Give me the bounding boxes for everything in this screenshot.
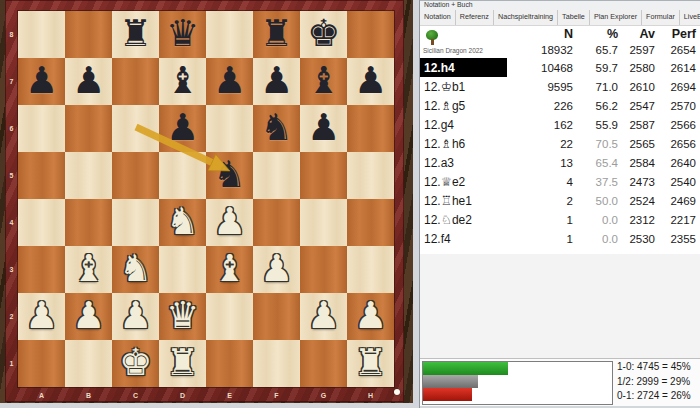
black-pawn-f7[interactable]: ♟ <box>253 58 300 105</box>
square-g3[interactable] <box>300 246 347 293</box>
square-h2[interactable]: ♟ <box>347 293 394 340</box>
square-h4[interactable] <box>347 199 394 246</box>
move-perf: 2566 <box>657 115 698 134</box>
square-a8[interactable] <box>18 11 65 58</box>
move-perf: 2570 <box>657 96 698 115</box>
move-n: 1 <box>507 229 575 248</box>
white-bishop-e3[interactable]: ♝ <box>206 246 253 293</box>
move-perf: 2640 <box>657 153 698 172</box>
white-pawn-b2[interactable]: ♟ <box>65 293 112 340</box>
chess-board[interactable]: ♜♛♜♚♟♟♝♟♟♝♟♟♞♟♞♞♟♝♞♝♟♟♟♟♛♟♟♚♜♜ <box>18 11 394 387</box>
square-d3[interactable] <box>159 246 206 293</box>
square-f6[interactable]: ♞ <box>253 105 300 152</box>
white-knight-d4[interactable]: ♞ <box>159 199 206 246</box>
book-move-a3[interactable]: 12.a3 <box>420 153 507 172</box>
figurine-icon: ♘ <box>441 212 452 227</box>
square-f7[interactable]: ♟ <box>253 58 300 105</box>
move-av: 2584 <box>620 153 657 172</box>
move-av: 2547 <box>620 96 657 115</box>
square-b4[interactable] <box>65 199 112 246</box>
move-n: 1 <box>507 210 575 229</box>
figurine-icon: ♔ <box>441 79 452 94</box>
tab-notation[interactable]: Notation <box>420 10 456 25</box>
white-to-move-indicator <box>394 389 400 395</box>
summary-n: 18932 <box>507 41 575 58</box>
black-bishop-g7[interactable]: ♝ <box>300 58 347 105</box>
square-h8[interactable] <box>347 11 394 58</box>
black-queen-d8[interactable]: ♛ <box>159 11 206 58</box>
result-bar-1-0 <box>423 362 508 375</box>
square-h1[interactable]: ♜ <box>347 340 394 387</box>
square-e4[interactable]: ♟ <box>206 199 253 246</box>
figurine-icon: ♗ <box>441 98 452 113</box>
square-c8[interactable]: ♜ <box>112 11 159 58</box>
result-line-0-1: 0-1: 2724 = 26% <box>617 389 699 404</box>
move-av: 2610 <box>620 77 657 96</box>
move-pct: 37.5 <box>575 172 620 191</box>
white-pawn-g2[interactable]: ♟ <box>300 293 347 340</box>
square-c3[interactable]: ♞ <box>112 246 159 293</box>
square-f2[interactable] <box>253 293 300 340</box>
square-h5[interactable] <box>347 152 394 199</box>
move-pct: 0.0 <box>575 210 620 229</box>
square-g1[interactable] <box>300 340 347 387</box>
book-content: Sicilian Dragon 2022 N%AvPerf1893265.725… <box>420 26 700 408</box>
square-b3[interactable]: ♝ <box>65 246 112 293</box>
move-av: 2524 <box>620 191 657 210</box>
move-pct: 59.7 <box>575 58 620 77</box>
square-f3[interactable]: ♟ <box>253 246 300 293</box>
rank-label-7: 7 <box>6 58 17 105</box>
tab-plan-explorer[interactable]: Plan Explorer <box>590 10 642 25</box>
figurine-icon: ♕ <box>441 174 452 189</box>
white-rook-h1[interactable]: ♜ <box>347 340 394 387</box>
square-g2[interactable]: ♟ <box>300 293 347 340</box>
square-e6[interactable] <box>206 105 253 152</box>
square-c6[interactable] <box>112 105 159 152</box>
square-c2[interactable]: ♟ <box>112 293 159 340</box>
move-pct: 71.0 <box>575 77 620 96</box>
rank-label-2: 2 <box>6 293 17 340</box>
book-move-e2[interactable]: 12.♕e2 <box>420 172 507 191</box>
file-label-E: E <box>206 390 253 402</box>
move-av: 2587 <box>620 115 657 134</box>
square-d4[interactable]: ♞ <box>159 199 206 246</box>
square-c1[interactable]: ♚ <box>112 340 159 387</box>
file-label-C: C <box>112 390 159 402</box>
book-move-h4[interactable]: 12.h4 <box>420 58 507 77</box>
white-pawn-f3[interactable]: ♟ <box>253 246 300 293</box>
square-d6[interactable]: ♟ <box>159 105 206 152</box>
square-b7[interactable]: ♟ <box>65 58 112 105</box>
rank-label-5: 5 <box>6 152 17 199</box>
move-av: 2580 <box>620 58 657 77</box>
square-g8[interactable]: ♚ <box>300 11 347 58</box>
square-d5[interactable] <box>159 152 206 199</box>
move-av: 2312 <box>620 210 657 229</box>
square-f5[interactable] <box>253 152 300 199</box>
white-bishop-b3[interactable]: ♝ <box>65 246 112 293</box>
book-move-b1[interactable]: 12.♔b1 <box>420 77 507 96</box>
move-pct: 0.0 <box>575 229 620 248</box>
move-perf: 2656 <box>657 134 698 153</box>
black-rook-c8[interactable]: ♜ <box>112 11 159 58</box>
square-f8[interactable]: ♜ <box>253 11 300 58</box>
square-g6[interactable]: ♟ <box>300 105 347 152</box>
column-header-pct[interactable]: % <box>575 27 620 41</box>
square-g7[interactable]: ♝ <box>300 58 347 105</box>
square-f4[interactable] <box>253 199 300 246</box>
summary-perf: 2654 <box>657 41 698 58</box>
square-a4[interactable] <box>18 199 65 246</box>
chess-app-window: ♜♛♜♚♟♟♝♟♟♝♟♟♞♟♞♞♟♝♞♝♟♟♟♟♛♟♟♚♜♜ 87654321A… <box>0 0 700 408</box>
white-knight-c3[interactable]: ♞ <box>112 246 159 293</box>
move-n: 162 <box>507 115 575 134</box>
rank-label-6: 6 <box>6 105 17 152</box>
move-n: 4 <box>507 172 575 191</box>
black-bishop-d7[interactable]: ♝ <box>159 58 206 105</box>
white-queen-d2[interactable]: ♛ <box>159 293 206 340</box>
tab-tabelle[interactable]: Tabelle <box>558 10 590 25</box>
move-n: 13 <box>507 153 575 172</box>
move-pct: 56.2 <box>575 96 620 115</box>
book-move-f4[interactable]: 12.f4 <box>420 229 507 248</box>
move-pct: 70.5 <box>575 134 620 153</box>
file-label-G: G <box>300 390 347 402</box>
result-line-1-0: 1-0: 4745 = 45% <box>617 360 699 375</box>
black-pawn-e7[interactable]: ♟ <box>206 58 253 105</box>
square-b2[interactable]: ♟ <box>65 293 112 340</box>
square-a1[interactable] <box>18 340 65 387</box>
square-d8[interactable]: ♛ <box>159 11 206 58</box>
square-b5[interactable] <box>65 152 112 199</box>
move-av: 2473 <box>620 172 657 191</box>
column-header-Perf[interactable]: Perf <box>657 27 698 41</box>
square-a6[interactable] <box>18 105 65 152</box>
file-label-H: H <box>347 390 394 402</box>
square-d1[interactable]: ♜ <box>159 340 206 387</box>
book-move-he1[interactable]: 12.♖he1 <box>420 191 507 210</box>
square-g5[interactable] <box>300 152 347 199</box>
figurine-icon: ♖ <box>441 193 452 208</box>
file-label-F: F <box>253 390 300 402</box>
rank-label-8: 8 <box>6 11 17 58</box>
black-knight-f6[interactable]: ♞ <box>253 105 300 152</box>
result-bar-1-2 <box>423 375 478 388</box>
tab-referenz[interactable]: Referenz <box>456 10 494 25</box>
square-a3[interactable] <box>18 246 65 293</box>
rank-label-4: 4 <box>6 199 17 246</box>
book-move-table: N%AvPerf1893265.72597265412.h41046859.72… <box>420 27 698 248</box>
figurine-icon: ♗ <box>441 136 452 151</box>
black-pawn-a7[interactable]: ♟ <box>18 58 65 105</box>
file-label-D: D <box>159 390 206 402</box>
summary-pct: 65.7 <box>575 41 620 58</box>
result-bar-0-1 <box>423 388 472 401</box>
square-c7[interactable] <box>112 58 159 105</box>
square-e8[interactable] <box>206 11 253 58</box>
tab-formular[interactable]: Formular <box>642 10 680 25</box>
summary-move-col <box>420 41 507 58</box>
tab-bar: NotationReferenzNachspieltrainingTabelle… <box>420 10 700 26</box>
move-perf: 2355 <box>657 229 698 248</box>
square-h7[interactable]: ♟ <box>347 58 394 105</box>
tab-nachspieltraining[interactable]: Nachspieltraining <box>494 10 558 25</box>
panel-title[interactable]: Notation + Buch <box>420 0 700 10</box>
move-pct: 65.4 <box>575 153 620 172</box>
move-n: 10468 <box>507 58 575 77</box>
summary-av: 2597 <box>620 41 657 58</box>
black-pawn-g6[interactable]: ♟ <box>300 105 347 152</box>
square-b1[interactable] <box>65 340 112 387</box>
square-e5[interactable]: ♞ <box>206 152 253 199</box>
square-g4[interactable] <box>300 199 347 246</box>
tab-livebuch[interactable]: LiveBuch <box>680 10 700 25</box>
move-av: 2565 <box>620 134 657 153</box>
column-header-N[interactable]: N <box>507 27 575 41</box>
column-header-Av[interactable]: Av <box>620 27 657 41</box>
square-a5[interactable] <box>18 152 65 199</box>
result-stats-section: 1-0: 4745 = 45%1/2: 2999 = 29%0-1: 2724 … <box>420 359 700 406</box>
white-pawn-a2[interactable]: ♟ <box>18 293 65 340</box>
book-move-g4[interactable]: 12.g4 <box>420 115 507 134</box>
square-h3[interactable] <box>347 246 394 293</box>
square-e3[interactable]: ♝ <box>206 246 253 293</box>
move-n: 22 <box>507 134 575 153</box>
result-line-1-2: 1/2: 2999 = 29% <box>617 375 699 390</box>
book-move-g5[interactable]: 12.♗g5 <box>420 96 507 115</box>
square-c4[interactable] <box>112 199 159 246</box>
rank-label-1: 1 <box>6 340 17 387</box>
move-perf: 2469 <box>657 191 698 210</box>
move-n: 9595 <box>507 77 575 96</box>
result-stats-text: 1-0: 4745 = 45%1/2: 2999 = 29%0-1: 2724 … <box>617 360 699 404</box>
square-e1[interactable] <box>206 340 253 387</box>
square-e7[interactable]: ♟ <box>206 58 253 105</box>
move-perf: 2540 <box>657 172 698 191</box>
square-h6[interactable] <box>347 105 394 152</box>
black-pawn-h7[interactable]: ♟ <box>347 58 394 105</box>
file-label-A: A <box>18 390 65 402</box>
square-b8[interactable] <box>65 11 112 58</box>
black-knight-e5[interactable]: ♞ <box>206 152 253 199</box>
move-n: 226 <box>507 96 575 115</box>
black-pawn-b7[interactable]: ♟ <box>65 58 112 105</box>
square-a2[interactable]: ♟ <box>18 293 65 340</box>
move-perf: 2614 <box>657 58 698 77</box>
black-rook-f8[interactable]: ♜ <box>253 11 300 58</box>
square-e2[interactable] <box>206 293 253 340</box>
file-label-B: B <box>65 390 112 402</box>
header-move-col <box>420 27 507 41</box>
board-pane: ♜♛♜♚♟♟♝♟♟♝♟♟♞♟♞♞♟♝♞♝♟♟♟♟♛♟♟♚♜♜ 87654321A… <box>0 0 419 408</box>
white-rook-d1[interactable]: ♜ <box>159 340 206 387</box>
white-pawn-c2[interactable]: ♟ <box>112 293 159 340</box>
white-pawn-h2[interactable]: ♟ <box>347 293 394 340</box>
move-perf: 2694 <box>657 77 698 96</box>
square-a7[interactable]: ♟ <box>18 58 65 105</box>
square-b6[interactable] <box>65 105 112 152</box>
white-pawn-e4[interactable]: ♟ <box>206 199 253 246</box>
white-king-c1[interactable]: ♚ <box>112 340 159 387</box>
move-perf: 2217 <box>657 210 698 229</box>
move-n: 2 <box>507 191 575 210</box>
square-d2[interactable]: ♛ <box>159 293 206 340</box>
square-d7[interactable]: ♝ <box>159 58 206 105</box>
notation-book-panel: Notation + Buch NotationReferenzNachspie… <box>419 0 700 408</box>
move-pct: 55.9 <box>575 115 620 134</box>
square-f1[interactable] <box>253 340 300 387</box>
square-c5[interactable] <box>112 152 159 199</box>
move-pct: 50.0 <box>575 191 620 210</box>
move-av: 2530 <box>620 229 657 248</box>
book-move-de2[interactable]: 12.♘de2 <box>420 210 507 229</box>
rank-label-3: 3 <box>6 246 17 293</box>
result-bar-chart <box>422 361 613 405</box>
black-king-g8[interactable]: ♚ <box>300 11 347 58</box>
black-pawn-d6[interactable]: ♟ <box>159 105 206 152</box>
book-move-h6[interactable]: 12.♗h6 <box>420 134 507 153</box>
book-empty-area <box>420 254 700 358</box>
